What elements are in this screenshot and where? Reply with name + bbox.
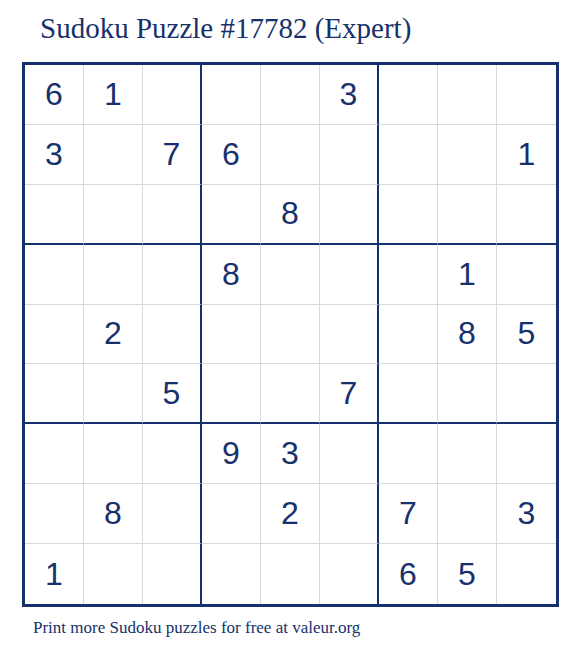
cell-r1c8 [438, 65, 497, 125]
cell-r6c4 [202, 364, 261, 424]
cell-r8c1 [25, 484, 84, 544]
cell-r5c8: 8 [438, 305, 497, 365]
cell-r4c4: 8 [202, 245, 261, 305]
cell-r7c4: 9 [202, 424, 261, 484]
cell-r4c7 [379, 245, 438, 305]
cell-r4c9 [497, 245, 556, 305]
cell-r7c2 [84, 424, 143, 484]
cell-r4c5 [261, 245, 320, 305]
cell-r2c2 [84, 125, 143, 185]
cell-r3c1 [25, 185, 84, 245]
cell-r7c3 [143, 424, 202, 484]
cell-r7c5: 3 [261, 424, 320, 484]
cell-r5c5 [261, 305, 320, 365]
cell-r8c5: 2 [261, 484, 320, 544]
cell-r5c1 [25, 305, 84, 365]
cell-r9c7: 6 [379, 544, 438, 604]
cell-r9c8: 5 [438, 544, 497, 604]
cell-r7c7 [379, 424, 438, 484]
cell-r2c4: 6 [202, 125, 261, 185]
sudoku-board: 613376188128557938273165 [22, 62, 559, 607]
cell-r3c4 [202, 185, 261, 245]
cell-r2c1: 3 [25, 125, 84, 185]
cell-r1c9 [497, 65, 556, 125]
cell-r3c3 [143, 185, 202, 245]
cell-r3c9 [497, 185, 556, 245]
cell-r6c3: 5 [143, 364, 202, 424]
cell-r1c3 [143, 65, 202, 125]
cell-r4c1 [25, 245, 84, 305]
cell-r1c5 [261, 65, 320, 125]
cell-r9c9 [497, 544, 556, 604]
cell-r4c8: 1 [438, 245, 497, 305]
cell-r8c4 [202, 484, 261, 544]
cell-r7c8 [438, 424, 497, 484]
cell-r7c9 [497, 424, 556, 484]
cell-r8c9: 3 [497, 484, 556, 544]
cell-r9c6 [320, 544, 379, 604]
cell-r9c2 [84, 544, 143, 604]
cell-r2c6 [320, 125, 379, 185]
cell-r1c1: 6 [25, 65, 84, 125]
cell-r7c1 [25, 424, 84, 484]
cell-r8c3 [143, 484, 202, 544]
cell-r3c6 [320, 185, 379, 245]
cell-r3c7 [379, 185, 438, 245]
cell-r9c3 [143, 544, 202, 604]
cell-r9c1: 1 [25, 544, 84, 604]
cell-r3c2 [84, 185, 143, 245]
cell-r2c3: 7 [143, 125, 202, 185]
cell-r5c4 [202, 305, 261, 365]
cell-r2c5 [261, 125, 320, 185]
cell-r1c4 [202, 65, 261, 125]
cell-r5c7 [379, 305, 438, 365]
cell-r8c6 [320, 484, 379, 544]
cell-r4c6 [320, 245, 379, 305]
cell-r5c6 [320, 305, 379, 365]
cell-r8c2: 8 [84, 484, 143, 544]
cell-r1c7 [379, 65, 438, 125]
cell-r8c8 [438, 484, 497, 544]
cell-r3c8 [438, 185, 497, 245]
cell-r2c9: 1 [497, 125, 556, 185]
cell-r7c6 [320, 424, 379, 484]
cell-r6c2 [84, 364, 143, 424]
cell-r6c1 [25, 364, 84, 424]
cell-r4c3 [143, 245, 202, 305]
cell-r6c9 [497, 364, 556, 424]
cell-r9c4 [202, 544, 261, 604]
cell-r6c7 [379, 364, 438, 424]
cell-r6c8 [438, 364, 497, 424]
cell-r3c5: 8 [261, 185, 320, 245]
cell-r5c3 [143, 305, 202, 365]
cell-r9c5 [261, 544, 320, 604]
cell-r6c5 [261, 364, 320, 424]
cell-r8c7: 7 [379, 484, 438, 544]
cell-r5c9: 5 [497, 305, 556, 365]
cell-r5c2: 2 [84, 305, 143, 365]
cell-r1c2: 1 [84, 65, 143, 125]
cell-r1c6: 3 [320, 65, 379, 125]
footer-text: Print more Sudoku puzzles for free at va… [33, 618, 360, 638]
cell-r6c6: 7 [320, 364, 379, 424]
cell-r2c7 [379, 125, 438, 185]
page-title: Sudoku Puzzle #17782 (Expert) [40, 12, 411, 45]
cell-r2c8 [438, 125, 497, 185]
cell-r4c2 [84, 245, 143, 305]
